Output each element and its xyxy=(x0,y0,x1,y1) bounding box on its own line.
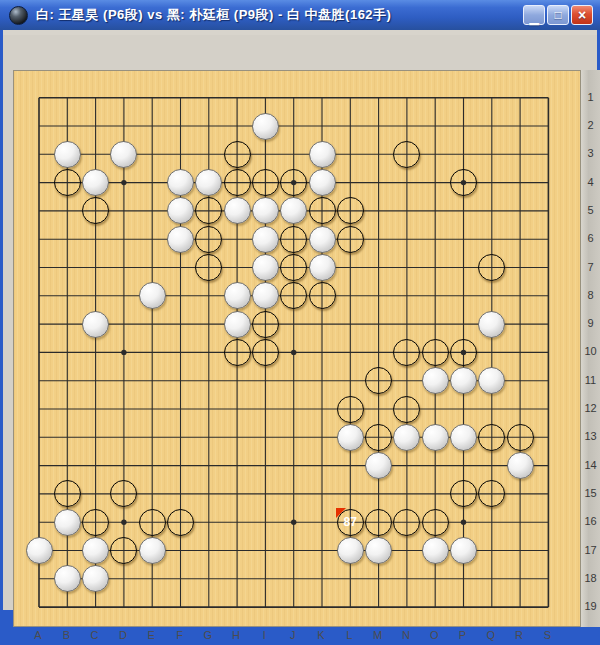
stone-white-M17 xyxy=(365,537,392,564)
column-label-S: S xyxy=(544,629,551,641)
stone-black-N3 xyxy=(393,141,420,168)
column-label-L: L xyxy=(346,629,352,641)
column-label-I: I xyxy=(263,629,266,641)
stone-white-D3 xyxy=(110,141,137,168)
column-label-K: K xyxy=(317,629,324,641)
column-label-J: J xyxy=(290,629,296,641)
maximize-button[interactable]: □ xyxy=(547,5,569,25)
stone-black-M16 xyxy=(365,509,392,536)
stone-black-O16 xyxy=(422,509,449,536)
column-label-Q: Q xyxy=(487,629,496,641)
stone-white-E17 xyxy=(139,537,166,564)
column-label-F: F xyxy=(176,629,183,641)
window-controls: ▁ □ × xyxy=(523,5,593,25)
stone-white-B18 xyxy=(54,565,81,592)
stone-black-H10 xyxy=(224,339,251,366)
stone-white-K6 xyxy=(309,226,336,253)
stone-black-L12 xyxy=(337,396,364,423)
stone-black-L16: 87 xyxy=(337,509,364,536)
row-labels: 12345678910111213141516171819 xyxy=(581,70,600,627)
column-label-C: C xyxy=(91,629,99,641)
stone-white-B16 xyxy=(54,509,81,536)
app-window: 白: 王星昊 (P6段) vs 黑: 朴廷桓 (P9段) - 白 中盘胜(162… xyxy=(0,0,600,645)
stone-white-P11 xyxy=(450,367,477,394)
stone-black-O10 xyxy=(422,339,449,366)
column-label-A: A xyxy=(34,629,41,641)
stone-black-Q13 xyxy=(478,424,505,451)
stone-white-O11 xyxy=(422,367,449,394)
row-label-6: 6 xyxy=(587,232,593,244)
stone-black-C16 xyxy=(82,509,109,536)
stone-white-I7 xyxy=(252,254,279,281)
column-label-M: M xyxy=(373,629,382,641)
stone-black-P10 xyxy=(450,339,477,366)
stone-white-F6 xyxy=(167,226,194,253)
row-label-10: 10 xyxy=(584,345,596,357)
stone-black-J7 xyxy=(280,254,307,281)
stone-white-M14 xyxy=(365,452,392,479)
row-label-1: 1 xyxy=(587,91,593,103)
row-label-11: 11 xyxy=(585,374,596,386)
stone-white-P13 xyxy=(450,424,477,451)
row-label-7: 7 xyxy=(587,261,593,273)
title-bar: 白: 王星昊 (P6段) vs 黑: 朴廷桓 (P9段) - 白 中盘胜(162… xyxy=(0,0,600,30)
stone-black-G6 xyxy=(195,226,222,253)
stone-black-I9 xyxy=(252,311,279,338)
stone-black-M13 xyxy=(365,424,392,451)
app-icon xyxy=(9,6,28,25)
stone-white-I6 xyxy=(252,226,279,253)
row-label-18: 18 xyxy=(584,572,596,584)
stone-black-B15 xyxy=(54,480,81,507)
stone-white-C4 xyxy=(82,169,109,196)
stone-white-R14 xyxy=(507,452,534,479)
stone-white-O17 xyxy=(422,537,449,564)
row-label-3: 3 xyxy=(587,147,593,159)
stone-white-L17 xyxy=(337,537,364,564)
stone-black-F16 xyxy=(167,509,194,536)
stone-white-Q9 xyxy=(478,311,505,338)
stone-white-C9 xyxy=(82,311,109,338)
stone-white-P17 xyxy=(450,537,477,564)
stone-white-F4 xyxy=(167,169,194,196)
stone-black-P4 xyxy=(450,169,477,196)
column-label-R: R xyxy=(515,629,523,641)
stone-white-A17 xyxy=(26,537,53,564)
stone-black-I4 xyxy=(252,169,279,196)
stone-white-K3 xyxy=(309,141,336,168)
column-label-G: G xyxy=(204,629,213,641)
stone-black-J6 xyxy=(280,226,307,253)
row-label-15: 15 xyxy=(584,487,596,499)
stone-black-E16 xyxy=(139,509,166,536)
column-label-P: P xyxy=(459,629,466,641)
stone-black-H3 xyxy=(224,141,251,168)
row-label-9: 9 xyxy=(587,317,593,329)
stone-white-H8 xyxy=(224,282,251,309)
column-label-D: D xyxy=(119,629,127,641)
row-label-12: 12 xyxy=(584,402,596,414)
window-content: 87 ABCDEFGHIJKLMNOPQRS 12345678910111213… xyxy=(3,35,597,610)
stone-white-L13 xyxy=(337,424,364,451)
stone-white-B3 xyxy=(54,141,81,168)
stone-black-I10 xyxy=(252,339,279,366)
row-label-4: 4 xyxy=(587,176,593,188)
row-label-14: 14 xyxy=(584,459,596,471)
column-label-E: E xyxy=(148,629,155,641)
stone-white-I2 xyxy=(252,113,279,140)
stone-white-K4 xyxy=(309,169,336,196)
stone-white-I8 xyxy=(252,282,279,309)
row-label-5: 5 xyxy=(587,204,593,216)
column-label-B: B xyxy=(63,629,70,641)
move-number-label: 87 xyxy=(338,510,363,535)
stone-black-L6 xyxy=(337,226,364,253)
stone-white-N13 xyxy=(393,424,420,451)
stone-black-N16 xyxy=(393,509,420,536)
stone-white-H5 xyxy=(224,197,251,224)
close-button[interactable]: × xyxy=(571,5,593,25)
stone-black-R13 xyxy=(507,424,534,451)
stone-black-K5 xyxy=(309,197,336,224)
column-label-O: O xyxy=(430,629,439,641)
stone-black-H4 xyxy=(224,169,251,196)
stone-white-O13 xyxy=(422,424,449,451)
stone-white-C17 xyxy=(82,537,109,564)
minimize-button[interactable]: ▁ xyxy=(523,5,545,25)
row-label-2: 2 xyxy=(587,119,593,131)
row-label-13: 13 xyxy=(584,430,596,442)
row-label-16: 16 xyxy=(584,515,596,527)
stone-white-K7 xyxy=(309,254,336,281)
column-label-N: N xyxy=(402,629,410,641)
stone-black-N12 xyxy=(393,396,420,423)
go-board: 87 xyxy=(13,70,581,627)
stone-black-B4 xyxy=(54,169,81,196)
stone-white-H9 xyxy=(224,311,251,338)
stone-white-E8 xyxy=(139,282,166,309)
row-label-17: 17 xyxy=(584,544,596,556)
row-label-19: 19 xyxy=(584,600,596,612)
window-title: 白: 王星昊 (P6段) vs 黑: 朴廷桓 (P9段) - 白 中盘胜(162… xyxy=(36,6,391,24)
stone-black-K8 xyxy=(309,282,336,309)
row-label-8: 8 xyxy=(587,289,593,301)
stone-black-L5 xyxy=(337,197,364,224)
column-label-H: H xyxy=(232,629,240,641)
